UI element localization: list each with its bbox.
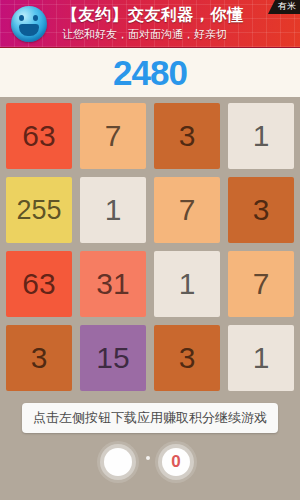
logo-eye-left xyxy=(19,15,24,21)
tile-1: 1 xyxy=(80,177,146,243)
tile-255: 255 xyxy=(6,177,72,243)
ad-network-badge: 有米 xyxy=(268,0,300,14)
tile-1: 1 xyxy=(228,325,294,391)
tile-3: 3 xyxy=(228,177,294,243)
tile-3: 3 xyxy=(6,325,72,391)
coin-count: 0 xyxy=(171,452,180,472)
notice-bar: 点击左侧按钮下载应用赚取积分继续游戏 xyxy=(22,403,278,433)
tile-63: 63 xyxy=(6,251,72,317)
dock-separator-dot xyxy=(146,456,150,460)
app-screen: 【友约】交友利器，你懂 让您和好友，面对面沟通，好亲切 有米 2480 6373… xyxy=(0,0,300,500)
notice-text: 点击左侧按钮下载应用赚取积分继续游戏 xyxy=(33,409,267,427)
coin-button[interactable]: 0 xyxy=(162,448,190,476)
ad-banner[interactable]: 【友约】交友利器，你懂 让您和好友，面对面沟通，好亲切 有米 xyxy=(0,0,300,48)
tile-7: 7 xyxy=(228,251,294,317)
tile-7: 7 xyxy=(154,177,220,243)
tile-1: 1 xyxy=(154,251,220,317)
tile-15: 15 xyxy=(80,325,146,391)
smiley-logo-icon xyxy=(11,6,47,42)
tile-3: 3 xyxy=(154,103,220,169)
board-grid[interactable]: 6373125517363311731531 xyxy=(6,103,294,391)
score-strip: 2480 xyxy=(0,48,300,97)
tile-7: 7 xyxy=(80,103,146,169)
logo-eye-right xyxy=(33,15,38,21)
tile-63: 63 xyxy=(6,103,72,169)
download-button[interactable] xyxy=(104,448,132,476)
logo-smile xyxy=(19,24,39,36)
ad-title: 【友约】交友利器，你懂 xyxy=(62,4,244,26)
score: 2480 xyxy=(113,53,187,93)
tile-31: 31 xyxy=(80,251,146,317)
ad-subtitle: 让您和好友，面对面沟通，好亲切 xyxy=(62,26,244,42)
tile-3: 3 xyxy=(154,325,220,391)
tile-1: 1 xyxy=(228,103,294,169)
board-area: 6373125517363311731531 点击左侧按钮下载应用赚取积分继续游… xyxy=(0,97,300,500)
ad-text-block: 【友约】交友利器，你懂 让您和好友，面对面沟通，好亲切 xyxy=(62,4,244,42)
